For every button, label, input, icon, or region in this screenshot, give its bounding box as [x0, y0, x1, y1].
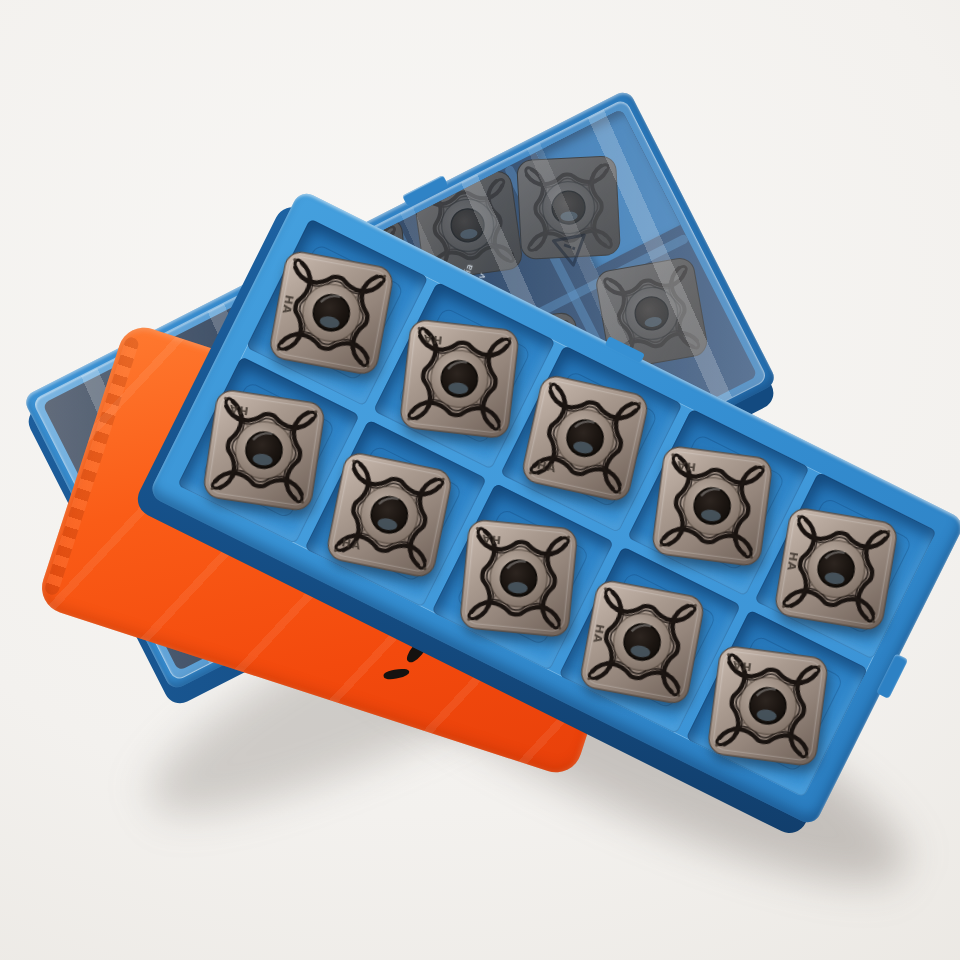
insert-grade-mark: HA	[481, 532, 502, 547]
carbide-insert: HA	[576, 576, 709, 709]
carbide-insert: HA	[771, 503, 902, 634]
latch-tab	[876, 654, 908, 700]
carbide-insert: HA	[517, 370, 653, 506]
insert-grade-mark: HA	[731, 658, 752, 673]
carbide-insert: HA	[322, 448, 456, 582]
carbide-insert: HA	[456, 516, 580, 640]
label-ink-mark	[383, 667, 410, 681]
carbide-insert: HA	[648, 442, 776, 570]
carbide-insert: HA	[704, 642, 832, 770]
carbide-insert: HA	[199, 385, 329, 515]
insert-grade-mark: HA	[675, 458, 696, 473]
insert-grade-mark: HA	[228, 402, 249, 418]
carbide-insert: HA	[396, 316, 522, 442]
product-photo-scene: Read materia To avoid adv Grinding o !	[0, 0, 960, 960]
insert-grade-mark: HA	[422, 332, 443, 347]
carbide-insert: HA	[265, 246, 398, 379]
